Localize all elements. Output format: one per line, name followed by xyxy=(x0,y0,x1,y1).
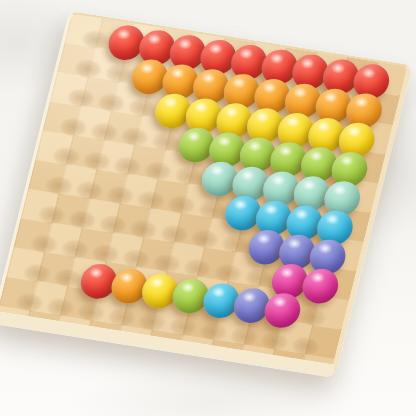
board-grid xyxy=(11,21,390,362)
bead-board xyxy=(0,11,413,378)
board-hole-r10c10[interactable] xyxy=(287,328,325,362)
board-surface xyxy=(0,11,413,378)
photo-background xyxy=(0,0,416,416)
board-hole-r8c10[interactable] xyxy=(301,270,339,304)
board-hole-r9c10[interactable] xyxy=(294,299,332,333)
